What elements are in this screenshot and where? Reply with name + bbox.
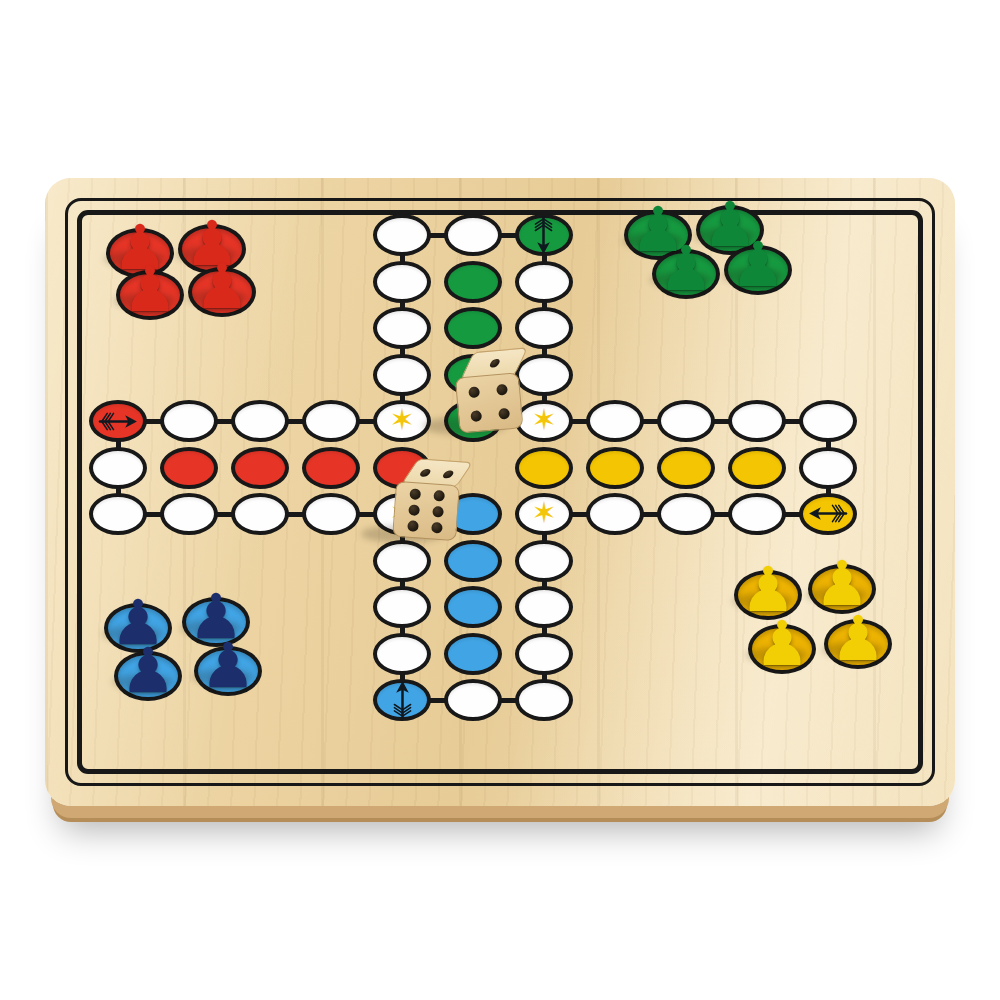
die-front-face xyxy=(455,372,524,433)
die-pip xyxy=(488,359,501,368)
die-pip xyxy=(469,386,481,398)
die-pip xyxy=(498,408,510,420)
ludo-board: ✶ ✶ ✶ ✶ ♟♟♟♟♟♟♟♟♟♟♟♟♟♟♟♟ xyxy=(45,178,955,806)
die-pip xyxy=(408,504,420,516)
pawn-blue[interactable]: ♟ xyxy=(200,635,256,697)
pieces-layer: ♟♟♟♟♟♟♟♟♟♟♟♟♟♟♟♟ xyxy=(45,178,955,806)
die-2[interactable] xyxy=(392,455,462,541)
pawn-red[interactable]: ♟ xyxy=(122,259,178,321)
pawn-red[interactable]: ♟ xyxy=(194,256,250,318)
die-pip xyxy=(433,506,445,518)
pawn-yellow[interactable]: ♟ xyxy=(754,613,810,675)
product-photo-background: ✶ ✶ ✶ ✶ ♟♟♟♟♟♟♟♟♟♟♟♟♟♟♟♟ xyxy=(0,0,1000,1000)
pawn-blue[interactable]: ♟ xyxy=(120,640,176,702)
die-pip xyxy=(407,520,419,532)
die-pip xyxy=(418,468,432,476)
pawn-yellow[interactable]: ♟ xyxy=(830,608,886,670)
die-pip xyxy=(442,470,456,478)
die-pip xyxy=(496,383,508,395)
die-pip xyxy=(434,490,446,502)
die-front-face xyxy=(392,481,460,541)
die-pip xyxy=(471,411,483,423)
die-pip xyxy=(431,522,443,534)
die-1[interactable] xyxy=(453,346,524,433)
pawn-green[interactable]: ♟ xyxy=(658,238,714,300)
die-pip xyxy=(409,488,421,500)
pawn-green[interactable]: ♟ xyxy=(730,234,786,296)
